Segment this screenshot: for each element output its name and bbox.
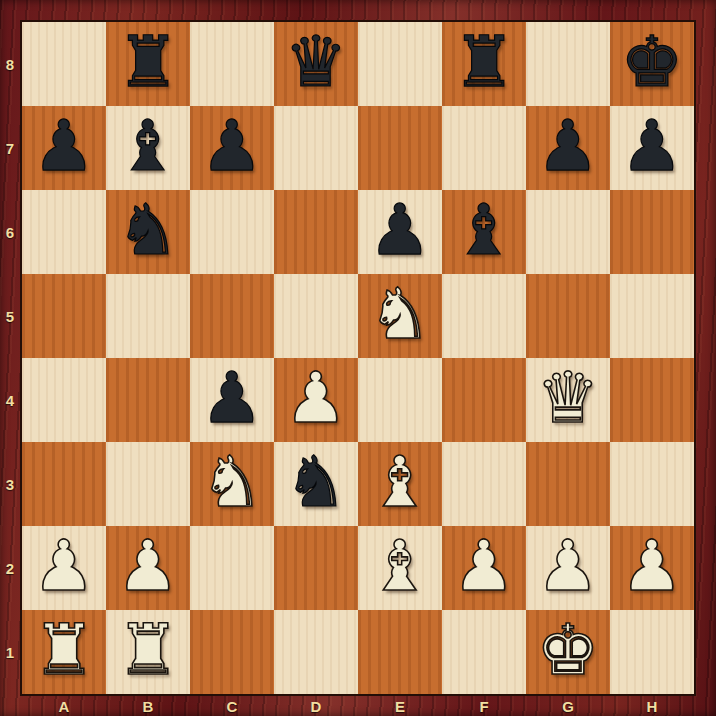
file-label-h: H <box>610 696 694 716</box>
black-knight-piece: ♞ <box>285 447 348 517</box>
square-h3[interactable] <box>610 442 694 526</box>
rank-label-6: 6 <box>0 190 20 274</box>
square-b1[interactable]: ♜ <box>106 610 190 694</box>
square-b8[interactable]: ♜ <box>106 22 190 106</box>
square-g6[interactable] <box>526 190 610 274</box>
square-b6[interactable]: ♞ <box>106 190 190 274</box>
square-h2[interactable]: ♟ <box>610 526 694 610</box>
white-pawn-piece: ♟ <box>117 531 180 601</box>
square-e1[interactable] <box>358 610 442 694</box>
white-pawn-piece: ♟ <box>537 531 600 601</box>
black-rook-piece: ♜ <box>117 27 180 97</box>
white-pawn-piece: ♟ <box>453 531 516 601</box>
white-bishop-piece: ♝ <box>369 531 432 601</box>
square-e8[interactable] <box>358 22 442 106</box>
square-a3[interactable] <box>22 442 106 526</box>
rank-label-7: 7 <box>0 106 20 190</box>
file-label-e: E <box>358 696 442 716</box>
square-g2[interactable]: ♟ <box>526 526 610 610</box>
square-g4[interactable]: ♛ <box>526 358 610 442</box>
rank-label-1: 1 <box>0 610 20 694</box>
white-rook-piece: ♜ <box>117 615 180 685</box>
square-h8[interactable]: ♚ <box>610 22 694 106</box>
square-d8[interactable]: ♛ <box>274 22 358 106</box>
black-rook-piece: ♜ <box>453 27 516 97</box>
square-h1[interactable] <box>610 610 694 694</box>
square-c8[interactable] <box>190 22 274 106</box>
square-b5[interactable] <box>106 274 190 358</box>
white-king-piece: ♚ <box>537 615 600 685</box>
square-b3[interactable] <box>106 442 190 526</box>
square-f6[interactable]: ♝ <box>442 190 526 274</box>
square-a2[interactable]: ♟ <box>22 526 106 610</box>
square-c5[interactable] <box>190 274 274 358</box>
white-pawn-piece: ♟ <box>33 531 96 601</box>
square-e7[interactable] <box>358 106 442 190</box>
rank-label-8: 8 <box>0 22 20 106</box>
square-a8[interactable] <box>22 22 106 106</box>
rank-label-2: 2 <box>0 526 20 610</box>
white-knight-piece: ♞ <box>369 279 432 349</box>
file-label-b: B <box>106 696 190 716</box>
square-h7[interactable]: ♟ <box>610 106 694 190</box>
square-d6[interactable] <box>274 190 358 274</box>
square-f1[interactable] <box>442 610 526 694</box>
square-c3[interactable]: ♞ <box>190 442 274 526</box>
square-a5[interactable] <box>22 274 106 358</box>
white-pawn-piece: ♟ <box>621 531 684 601</box>
square-c1[interactable] <box>190 610 274 694</box>
square-a6[interactable] <box>22 190 106 274</box>
square-g1[interactable]: ♚ <box>526 610 610 694</box>
square-e6[interactable]: ♟ <box>358 190 442 274</box>
black-pawn-piece: ♟ <box>201 111 264 181</box>
square-f7[interactable] <box>442 106 526 190</box>
square-e4[interactable] <box>358 358 442 442</box>
black-pawn-piece: ♟ <box>537 111 600 181</box>
file-label-g: G <box>526 696 610 716</box>
square-f3[interactable] <box>442 442 526 526</box>
file-label-c: C <box>190 696 274 716</box>
square-g8[interactable] <box>526 22 610 106</box>
square-a7[interactable]: ♟ <box>22 106 106 190</box>
square-h6[interactable] <box>610 190 694 274</box>
square-e3[interactable]: ♝ <box>358 442 442 526</box>
square-f4[interactable] <box>442 358 526 442</box>
black-pawn-piece: ♟ <box>621 111 684 181</box>
file-label-a: A <box>22 696 106 716</box>
black-knight-piece: ♞ <box>117 195 180 265</box>
square-b2[interactable]: ♟ <box>106 526 190 610</box>
black-pawn-piece: ♟ <box>33 111 96 181</box>
board-frame: ♜♛♜♚♟♝♟♟♟♞♟♝♞♟♟♛♞♞♝♟♟♝♟♟♟♜♜♚ 87654321ABC… <box>0 0 716 716</box>
square-e5[interactable]: ♞ <box>358 274 442 358</box>
white-rook-piece: ♜ <box>33 615 96 685</box>
chess-board: ♜♛♜♚♟♝♟♟♟♞♟♝♞♟♟♛♞♞♝♟♟♝♟♟♟♜♜♚ <box>20 20 696 696</box>
square-d7[interactable] <box>274 106 358 190</box>
black-king-piece: ♚ <box>621 27 684 97</box>
square-b7[interactable]: ♝ <box>106 106 190 190</box>
square-d3[interactable]: ♞ <box>274 442 358 526</box>
square-c4[interactable]: ♟ <box>190 358 274 442</box>
rank-label-4: 4 <box>0 358 20 442</box>
square-e2[interactable]: ♝ <box>358 526 442 610</box>
square-d1[interactable] <box>274 610 358 694</box>
white-knight-piece: ♞ <box>201 447 264 517</box>
square-c7[interactable]: ♟ <box>190 106 274 190</box>
square-g5[interactable] <box>526 274 610 358</box>
square-d5[interactable] <box>274 274 358 358</box>
square-b4[interactable] <box>106 358 190 442</box>
square-h4[interactable] <box>610 358 694 442</box>
square-c6[interactable] <box>190 190 274 274</box>
white-pawn-piece: ♟ <box>285 363 348 433</box>
square-c2[interactable] <box>190 526 274 610</box>
black-queen-piece: ♛ <box>285 27 348 97</box>
square-a1[interactable]: ♜ <box>22 610 106 694</box>
file-label-d: D <box>274 696 358 716</box>
black-bishop-piece: ♝ <box>453 195 516 265</box>
square-d2[interactable] <box>274 526 358 610</box>
rank-label-3: 3 <box>0 442 20 526</box>
white-bishop-piece: ♝ <box>369 447 432 517</box>
white-queen-piece: ♛ <box>537 363 600 433</box>
black-pawn-piece: ♟ <box>369 195 432 265</box>
square-f8[interactable]: ♜ <box>442 22 526 106</box>
square-g3[interactable] <box>526 442 610 526</box>
rank-label-5: 5 <box>0 274 20 358</box>
square-f5[interactable] <box>442 274 526 358</box>
square-g7[interactable]: ♟ <box>526 106 610 190</box>
square-h5[interactable] <box>610 274 694 358</box>
black-pawn-piece: ♟ <box>201 363 264 433</box>
black-bishop-piece: ♝ <box>117 111 180 181</box>
square-d4[interactable]: ♟ <box>274 358 358 442</box>
square-a4[interactable] <box>22 358 106 442</box>
file-label-f: F <box>442 696 526 716</box>
square-f2[interactable]: ♟ <box>442 526 526 610</box>
